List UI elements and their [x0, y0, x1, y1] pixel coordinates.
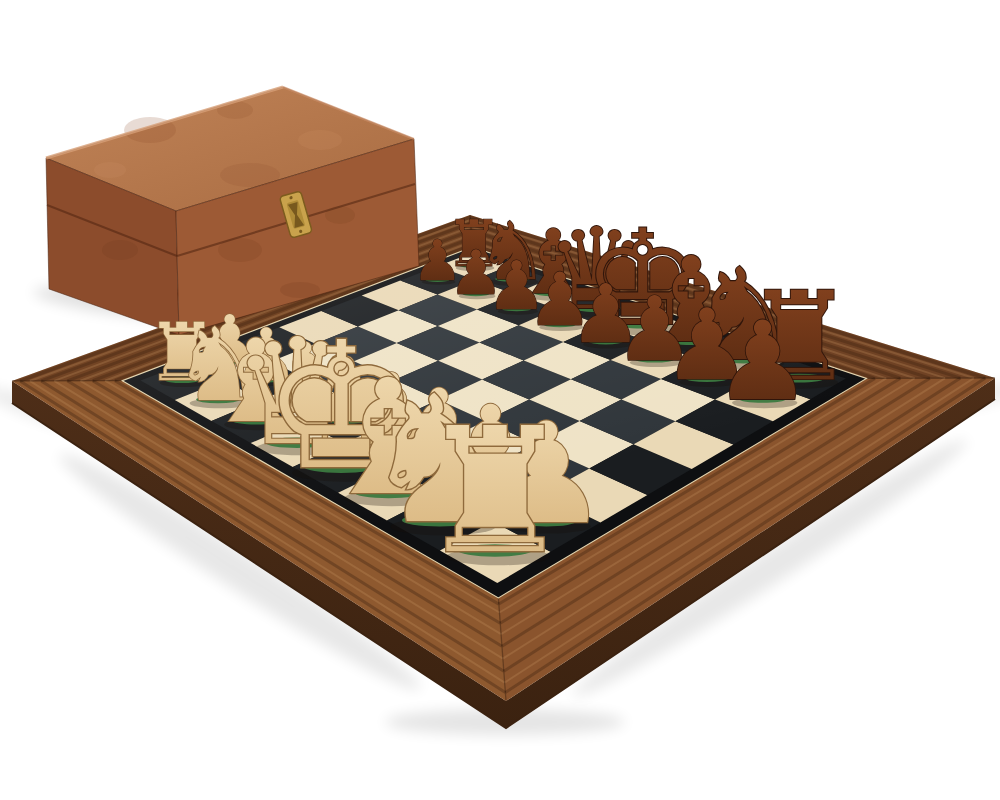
burl-grain-blotch	[94, 162, 126, 178]
piece-white-rook-h1: ♜	[418, 391, 573, 592]
burl-grain-blotch	[280, 282, 320, 298]
burl-grain-blotch	[102, 240, 138, 260]
burl-grain-blotch	[325, 206, 355, 224]
white-rook-glyph: ♜	[418, 391, 573, 592]
burl-grain-blotch	[298, 130, 342, 150]
chess-scene-canvas: ♜♞♟♝♟♛♟♚♟♝♟♞♟♟♜♟♟♜♟♟♞♝♟♛♟♚♟♝♟♞♟♜	[0, 0, 1000, 800]
chess-set-photo: chess ♜♞♟♝♟♛♟♚♟♝♟♞♟♟♜♟♟♜♟♟♞♝♟♛♟♚♟♝♟♞♟♜	[0, 0, 1000, 800]
black-pawn-glyph: ♟	[714, 298, 812, 425]
piece-black-pawn-h7: ♟	[714, 298, 812, 425]
burl-grain-blotch	[220, 163, 280, 187]
